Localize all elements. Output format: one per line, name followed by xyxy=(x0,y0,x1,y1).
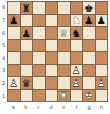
square-e2[interactable] xyxy=(58,77,70,89)
square-a8[interactable] xyxy=(8,2,20,14)
square-b5[interactable] xyxy=(21,40,33,52)
rank-label: 5 xyxy=(0,39,7,52)
piece-white-rook-fill: ♜ xyxy=(58,90,70,102)
square-g3[interactable] xyxy=(83,65,95,77)
square-a7[interactable]: ♟ xyxy=(8,15,20,27)
piece-black-pawn[interactable]: ♟ xyxy=(83,15,95,27)
square-c6[interactable] xyxy=(33,27,45,39)
square-f3[interactable]: ♟♙ xyxy=(71,65,83,77)
square-d7[interactable] xyxy=(46,15,58,27)
file-label: e xyxy=(58,104,71,110)
piece-white-knight-fill: ♞ xyxy=(71,15,83,27)
square-e4[interactable] xyxy=(58,52,70,64)
file-label: f xyxy=(70,104,83,110)
piece-white-pawn[interactable]: ♙ xyxy=(8,77,20,89)
square-f6[interactable]: ♞ xyxy=(71,27,83,39)
square-g8[interactable]: ♚ xyxy=(83,2,95,14)
square-b6[interactable]: ♟ xyxy=(21,27,33,39)
piece-white-rook[interactable]: ♖ xyxy=(58,90,70,102)
square-a5[interactable] xyxy=(8,40,20,52)
square-b7[interactable] xyxy=(21,15,33,27)
rank-labels: 87654321 xyxy=(0,1,7,102)
piece-black-pawn[interactable]: ♟ xyxy=(8,15,20,27)
piece-white-pawn[interactable]: ♙ xyxy=(71,65,83,77)
square-f4[interactable] xyxy=(71,52,83,64)
piece-black-rook[interactable]: ♜ xyxy=(21,2,33,14)
square-b3[interactable] xyxy=(21,65,33,77)
piece-white-pawn-fill: ♟ xyxy=(71,65,83,77)
file-label: a xyxy=(7,104,20,110)
piece-white-pawn[interactable]: ♙ xyxy=(71,77,83,89)
square-h1[interactable] xyxy=(96,90,108,102)
piece-white-king-fill: ♚ xyxy=(83,90,95,102)
square-h6[interactable] xyxy=(96,27,108,39)
square-d2[interactable] xyxy=(46,77,58,89)
rank-label: 6 xyxy=(0,26,7,39)
square-d8[interactable] xyxy=(46,2,58,14)
square-e6[interactable]: ♛♕ xyxy=(58,27,70,39)
square-e5[interactable] xyxy=(58,40,70,52)
piece-white-pawn-fill: ♟ xyxy=(8,77,20,89)
rank-label: 7 xyxy=(0,14,7,27)
piece-white-knight[interactable]: ♘ xyxy=(71,15,83,27)
file-label: c xyxy=(32,104,45,110)
square-b4[interactable] xyxy=(21,52,33,64)
square-f8[interactable] xyxy=(71,2,83,14)
piece-white-pawn[interactable]: ♙ xyxy=(96,77,108,89)
file-label: g xyxy=(83,104,96,110)
square-h8[interactable] xyxy=(96,2,108,14)
rank-label: 4 xyxy=(0,52,7,65)
rank-label: 8 xyxy=(0,1,7,14)
square-e3[interactable] xyxy=(58,65,70,77)
file-labels: abcdefgh xyxy=(7,103,108,111)
square-c5[interactable] xyxy=(33,40,45,52)
square-f1[interactable] xyxy=(71,90,83,102)
file-label: d xyxy=(45,104,58,110)
piece-white-pawn-fill: ♟ xyxy=(71,77,83,89)
file-label: b xyxy=(20,104,33,110)
rank-label: 3 xyxy=(0,64,7,77)
square-c3[interactable] xyxy=(33,65,45,77)
piece-white-queen-fill: ♛ xyxy=(58,27,70,39)
piece-white-queen[interactable]: ♕ xyxy=(58,27,70,39)
rank-label: 1 xyxy=(0,89,7,102)
square-c8[interactable] xyxy=(33,2,45,14)
square-g1[interactable]: ♚♔ xyxy=(83,90,95,102)
square-h3[interactable] xyxy=(96,65,108,77)
square-c1[interactable] xyxy=(33,90,45,102)
square-e7[interactable] xyxy=(58,15,70,27)
square-d6[interactable] xyxy=(46,27,58,39)
piece-white-king[interactable]: ♔ xyxy=(83,90,95,102)
square-h4[interactable] xyxy=(96,52,108,64)
square-d1[interactable] xyxy=(46,90,58,102)
piece-black-knight[interactable]: ♞ xyxy=(71,27,83,39)
piece-black-pawn[interactable]: ♟ xyxy=(21,27,33,39)
chessboard-diagram: 87654321 ♜♚♟♞♘♟♟♟♛♕♞♟♙♟♙♛♟♙♟♙♜♖♚♔ abcdef… xyxy=(0,0,110,114)
file-label: h xyxy=(95,104,108,110)
square-a1[interactable] xyxy=(8,90,20,102)
square-e1[interactable]: ♜♖ xyxy=(58,90,70,102)
square-f5[interactable] xyxy=(71,40,83,52)
square-a3[interactable] xyxy=(8,65,20,77)
square-d4[interactable] xyxy=(46,52,58,64)
square-b2[interactable]: ♛ xyxy=(21,77,33,89)
square-f7[interactable]: ♞♘ xyxy=(71,15,83,27)
square-d3[interactable] xyxy=(46,65,58,77)
square-h2[interactable]: ♟♙ xyxy=(96,77,108,89)
square-e8[interactable] xyxy=(58,2,70,14)
square-h7[interactable]: ♟ xyxy=(96,15,108,27)
piece-black-pawn[interactable]: ♟ xyxy=(96,15,108,27)
square-a4[interactable] xyxy=(8,52,20,64)
square-f2[interactable]: ♟♙ xyxy=(71,77,83,89)
square-g4[interactable] xyxy=(83,52,95,64)
chess-board: ♜♚♟♞♘♟♟♟♛♕♞♟♙♟♙♛♟♙♟♙♜♖♚♔ xyxy=(7,1,108,102)
square-c7[interactable] xyxy=(33,15,45,27)
square-c2[interactable] xyxy=(33,77,45,89)
square-a6[interactable] xyxy=(8,27,20,39)
piece-black-queen[interactable]: ♛ xyxy=(21,77,33,89)
square-b8[interactable]: ♜ xyxy=(21,2,33,14)
square-h5[interactable] xyxy=(96,40,108,52)
piece-black-king[interactable]: ♚ xyxy=(83,2,95,14)
square-b1[interactable] xyxy=(21,90,33,102)
square-a2[interactable]: ♟♙ xyxy=(8,77,20,89)
square-g2[interactable] xyxy=(83,77,95,89)
square-g5[interactable] xyxy=(83,40,95,52)
square-g6[interactable] xyxy=(83,27,95,39)
square-c4[interactable] xyxy=(33,52,45,64)
square-d5[interactable] xyxy=(46,40,58,52)
piece-white-pawn-fill: ♟ xyxy=(96,77,108,89)
square-g7[interactable]: ♟ xyxy=(83,15,95,27)
rank-label: 2 xyxy=(0,77,7,90)
